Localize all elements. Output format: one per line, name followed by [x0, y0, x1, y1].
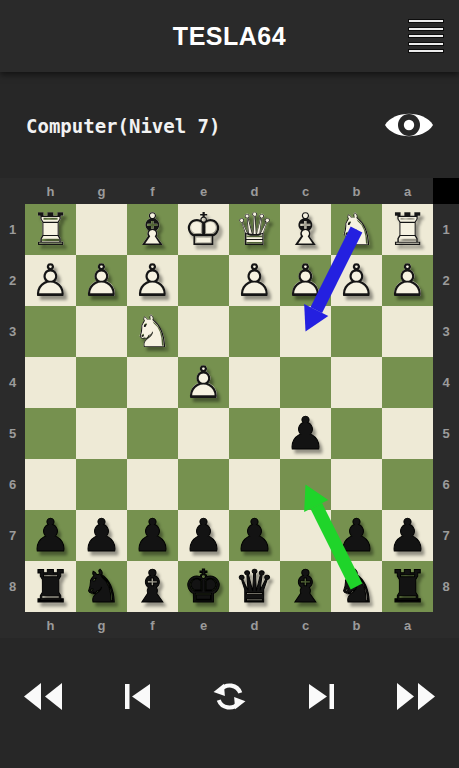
file-label-a: a	[382, 612, 433, 638]
refresh-button[interactable]	[211, 678, 248, 715]
square-d2[interactable]: ♟♙	[229, 255, 280, 306]
skip-previous-icon	[123, 683, 150, 710]
square-c4[interactable]	[280, 357, 331, 408]
square-a4[interactable]	[382, 357, 433, 408]
white-rook[interactable]: ♜♖	[382, 204, 433, 255]
square-f4[interactable]	[127, 357, 178, 408]
square-h5[interactable]	[25, 408, 76, 459]
square-d5[interactable]	[229, 408, 280, 459]
square-e4[interactable]: ♟♙	[178, 357, 229, 408]
file-label-f: f	[127, 612, 178, 638]
white-pawn[interactable]: ♟♙	[331, 255, 382, 306]
square-b6[interactable]	[331, 459, 382, 510]
rank-label-8: 8	[0, 561, 25, 612]
black-pawn[interactable]: ♟	[331, 510, 382, 561]
square-b7[interactable]: ♟	[331, 510, 382, 561]
white-pawn[interactable]: ♟♙	[382, 255, 433, 306]
square-c1[interactable]: ♝♗	[280, 204, 331, 255]
rank-label-5: 5	[433, 408, 459, 459]
board-corner-top-left	[0, 178, 25, 204]
rank-label-4: 4	[433, 357, 459, 408]
square-a7[interactable]: ♟	[382, 510, 433, 561]
rank-label-6: 6	[433, 459, 459, 510]
fast-rewind-icon	[24, 683, 62, 710]
square-a5[interactable]	[382, 408, 433, 459]
square-c7[interactable]	[280, 510, 331, 561]
file-labels-top: hgfedcba	[25, 178, 433, 204]
white-king[interactable]: ♚♔	[178, 204, 229, 255]
square-e6[interactable]	[178, 459, 229, 510]
square-e3[interactable]	[178, 306, 229, 357]
square-a3[interactable]	[382, 306, 433, 357]
file-label-b: b	[331, 178, 382, 204]
square-d1[interactable]: ♛♕	[229, 204, 280, 255]
hamburger-menu-button[interactable]	[408, 19, 444, 53]
board-corner-bottom-right	[433, 612, 459, 638]
square-e1[interactable]: ♚♔	[178, 204, 229, 255]
black-bishop[interactable]: ♝	[280, 561, 331, 612]
square-e2[interactable]	[178, 255, 229, 306]
rank-label-6: 6	[0, 459, 25, 510]
square-c3[interactable]	[280, 306, 331, 357]
square-f8[interactable]: ♝	[127, 561, 178, 612]
square-e7[interactable]: ♟	[178, 510, 229, 561]
step-forward-button[interactable]	[309, 683, 336, 710]
rank-label-5: 5	[0, 408, 25, 459]
chess-board-frame: hgfedcba 12345678 ♜♖♝♗♚♔♛♕♝♗♞♘♜♖♟♙♟♙♟♙♟♙…	[0, 178, 459, 638]
square-c5[interactable]: ♟	[280, 408, 331, 459]
file-label-d: d	[229, 178, 280, 204]
file-label-c: c	[280, 178, 331, 204]
rank-label-7: 7	[433, 510, 459, 561]
step-back-button[interactable]	[123, 683, 150, 710]
file-label-d: d	[229, 612, 280, 638]
square-g2[interactable]: ♟♙	[76, 255, 127, 306]
eye-icon	[382, 106, 436, 144]
playback-controls	[0, 654, 459, 738]
rank-label-1: 1	[433, 204, 459, 255]
white-pawn[interactable]: ♟♙	[229, 255, 280, 306]
square-d8[interactable]: ♛	[229, 561, 280, 612]
square-g8[interactable]: ♞	[76, 561, 127, 612]
file-label-c: c	[280, 612, 331, 638]
app-bar: TESLA64	[0, 0, 459, 72]
square-f3[interactable]: ♞♘	[127, 306, 178, 357]
square-b8[interactable]: ♞	[331, 561, 382, 612]
white-knight[interactable]: ♞♘	[127, 306, 178, 357]
rank-labels-left: 12345678	[0, 204, 25, 612]
black-pawn[interactable]: ♟	[127, 510, 178, 561]
square-h6[interactable]	[25, 459, 76, 510]
file-label-f: f	[127, 178, 178, 204]
black-pawn[interactable]: ♟	[382, 510, 433, 561]
white-pawn[interactable]: ♟♙	[76, 255, 127, 306]
file-label-e: e	[178, 612, 229, 638]
black-bishop[interactable]: ♝	[127, 561, 178, 612]
file-labels-bottom: hgfedcba	[25, 612, 433, 638]
square-g7[interactable]: ♟	[76, 510, 127, 561]
sync-icon	[211, 678, 248, 715]
white-pawn[interactable]: ♟♙	[178, 357, 229, 408]
square-h7[interactable]: ♟	[25, 510, 76, 561]
square-c2[interactable]: ♟♙	[280, 255, 331, 306]
white-bishop[interactable]: ♝♗	[127, 204, 178, 255]
square-h4[interactable]	[25, 357, 76, 408]
square-a6[interactable]	[382, 459, 433, 510]
white-queen[interactable]: ♛♕	[229, 204, 280, 255]
board-corner-black	[433, 178, 459, 204]
square-a8[interactable]: ♜	[382, 561, 433, 612]
white-rook[interactable]: ♜♖	[25, 204, 76, 255]
square-g3[interactable]	[76, 306, 127, 357]
square-b4[interactable]	[331, 357, 382, 408]
square-d6[interactable]	[229, 459, 280, 510]
square-f6[interactable]	[127, 459, 178, 510]
square-a1[interactable]: ♜♖	[382, 204, 433, 255]
square-d7[interactable]: ♟	[229, 510, 280, 561]
square-f1[interactable]: ♝♗	[127, 204, 178, 255]
rank-labels-right: 12345678	[433, 204, 459, 612]
file-label-g: g	[76, 178, 127, 204]
file-label-h: h	[25, 612, 76, 638]
chess-board: ♜♖♝♗♚♔♛♕♝♗♞♘♜♖♟♙♟♙♟♙♟♙♟♙♟♙♟♙♞♘♟♙♟♟♟♟♟♟♟♟…	[25, 204, 433, 612]
black-pawn[interactable]: ♟	[76, 510, 127, 561]
file-label-h: h	[25, 178, 76, 204]
black-rook[interactable]: ♜	[25, 561, 76, 612]
app-title: TESLA64	[173, 22, 286, 51]
rank-label-8: 8	[433, 561, 459, 612]
file-label-g: g	[76, 612, 127, 638]
white-pawn[interactable]: ♟♙	[127, 255, 178, 306]
square-f2[interactable]: ♟♙	[127, 255, 178, 306]
square-b3[interactable]	[331, 306, 382, 357]
rank-label-3: 3	[433, 306, 459, 357]
file-label-b: b	[331, 612, 382, 638]
black-king[interactable]: ♚	[178, 561, 229, 612]
black-knight[interactable]: ♞	[331, 561, 382, 612]
board-corner-bottom-left	[0, 612, 25, 638]
file-label-a: a	[382, 178, 433, 204]
black-knight[interactable]: ♞	[76, 561, 127, 612]
square-b2[interactable]: ♟♙	[331, 255, 382, 306]
square-c6[interactable]	[280, 459, 331, 510]
fast-rewind-button[interactable]	[24, 683, 62, 710]
white-pawn[interactable]: ♟♙	[280, 255, 331, 306]
file-label-e: e	[178, 178, 229, 204]
rank-label-4: 4	[0, 357, 25, 408]
square-d3[interactable]	[229, 306, 280, 357]
white-knight[interactable]: ♞♘	[331, 204, 382, 255]
white-pawn[interactable]: ♟♙	[25, 255, 76, 306]
square-g6[interactable]	[76, 459, 127, 510]
black-pawn[interactable]: ♟	[25, 510, 76, 561]
opponent-label: Computer(Nivel 7)	[26, 115, 220, 137]
square-g5[interactable]	[76, 408, 127, 459]
show-hint-button[interactable]	[381, 106, 437, 146]
hamburger-icon	[408, 19, 444, 23]
square-f5[interactable]	[127, 408, 178, 459]
white-bishop[interactable]: ♝♗	[280, 204, 331, 255]
square-g1[interactable]	[76, 204, 127, 255]
square-h1[interactable]: ♜♖	[25, 204, 76, 255]
square-h8[interactable]: ♜	[25, 561, 76, 612]
rank-label-3: 3	[0, 306, 25, 357]
rank-label-2: 2	[0, 255, 25, 306]
black-pawn[interactable]: ♟	[229, 510, 280, 561]
square-f7[interactable]: ♟	[127, 510, 178, 561]
skip-next-icon	[309, 683, 336, 710]
opponent-row: Computer(Nivel 7)	[0, 72, 459, 160]
square-b1[interactable]: ♞♘	[331, 204, 382, 255]
square-e8[interactable]: ♚	[178, 561, 229, 612]
rank-label-1: 1	[0, 204, 25, 255]
square-h2[interactable]: ♟♙	[25, 255, 76, 306]
black-rook[interactable]: ♜	[382, 561, 433, 612]
square-d4[interactable]	[229, 357, 280, 408]
square-a2[interactable]: ♟♙	[382, 255, 433, 306]
square-g4[interactable]	[76, 357, 127, 408]
fast-forward-icon	[397, 683, 435, 710]
black-pawn[interactable]: ♟	[178, 510, 229, 561]
square-h3[interactable]	[25, 306, 76, 357]
square-c8[interactable]: ♝	[280, 561, 331, 612]
black-pawn[interactable]: ♟	[280, 408, 331, 459]
square-e5[interactable]	[178, 408, 229, 459]
rank-label-2: 2	[433, 255, 459, 306]
rank-label-7: 7	[0, 510, 25, 561]
square-b5[interactable]	[331, 408, 382, 459]
fast-forward-button[interactable]	[397, 683, 435, 710]
black-queen[interactable]: ♛	[229, 561, 280, 612]
